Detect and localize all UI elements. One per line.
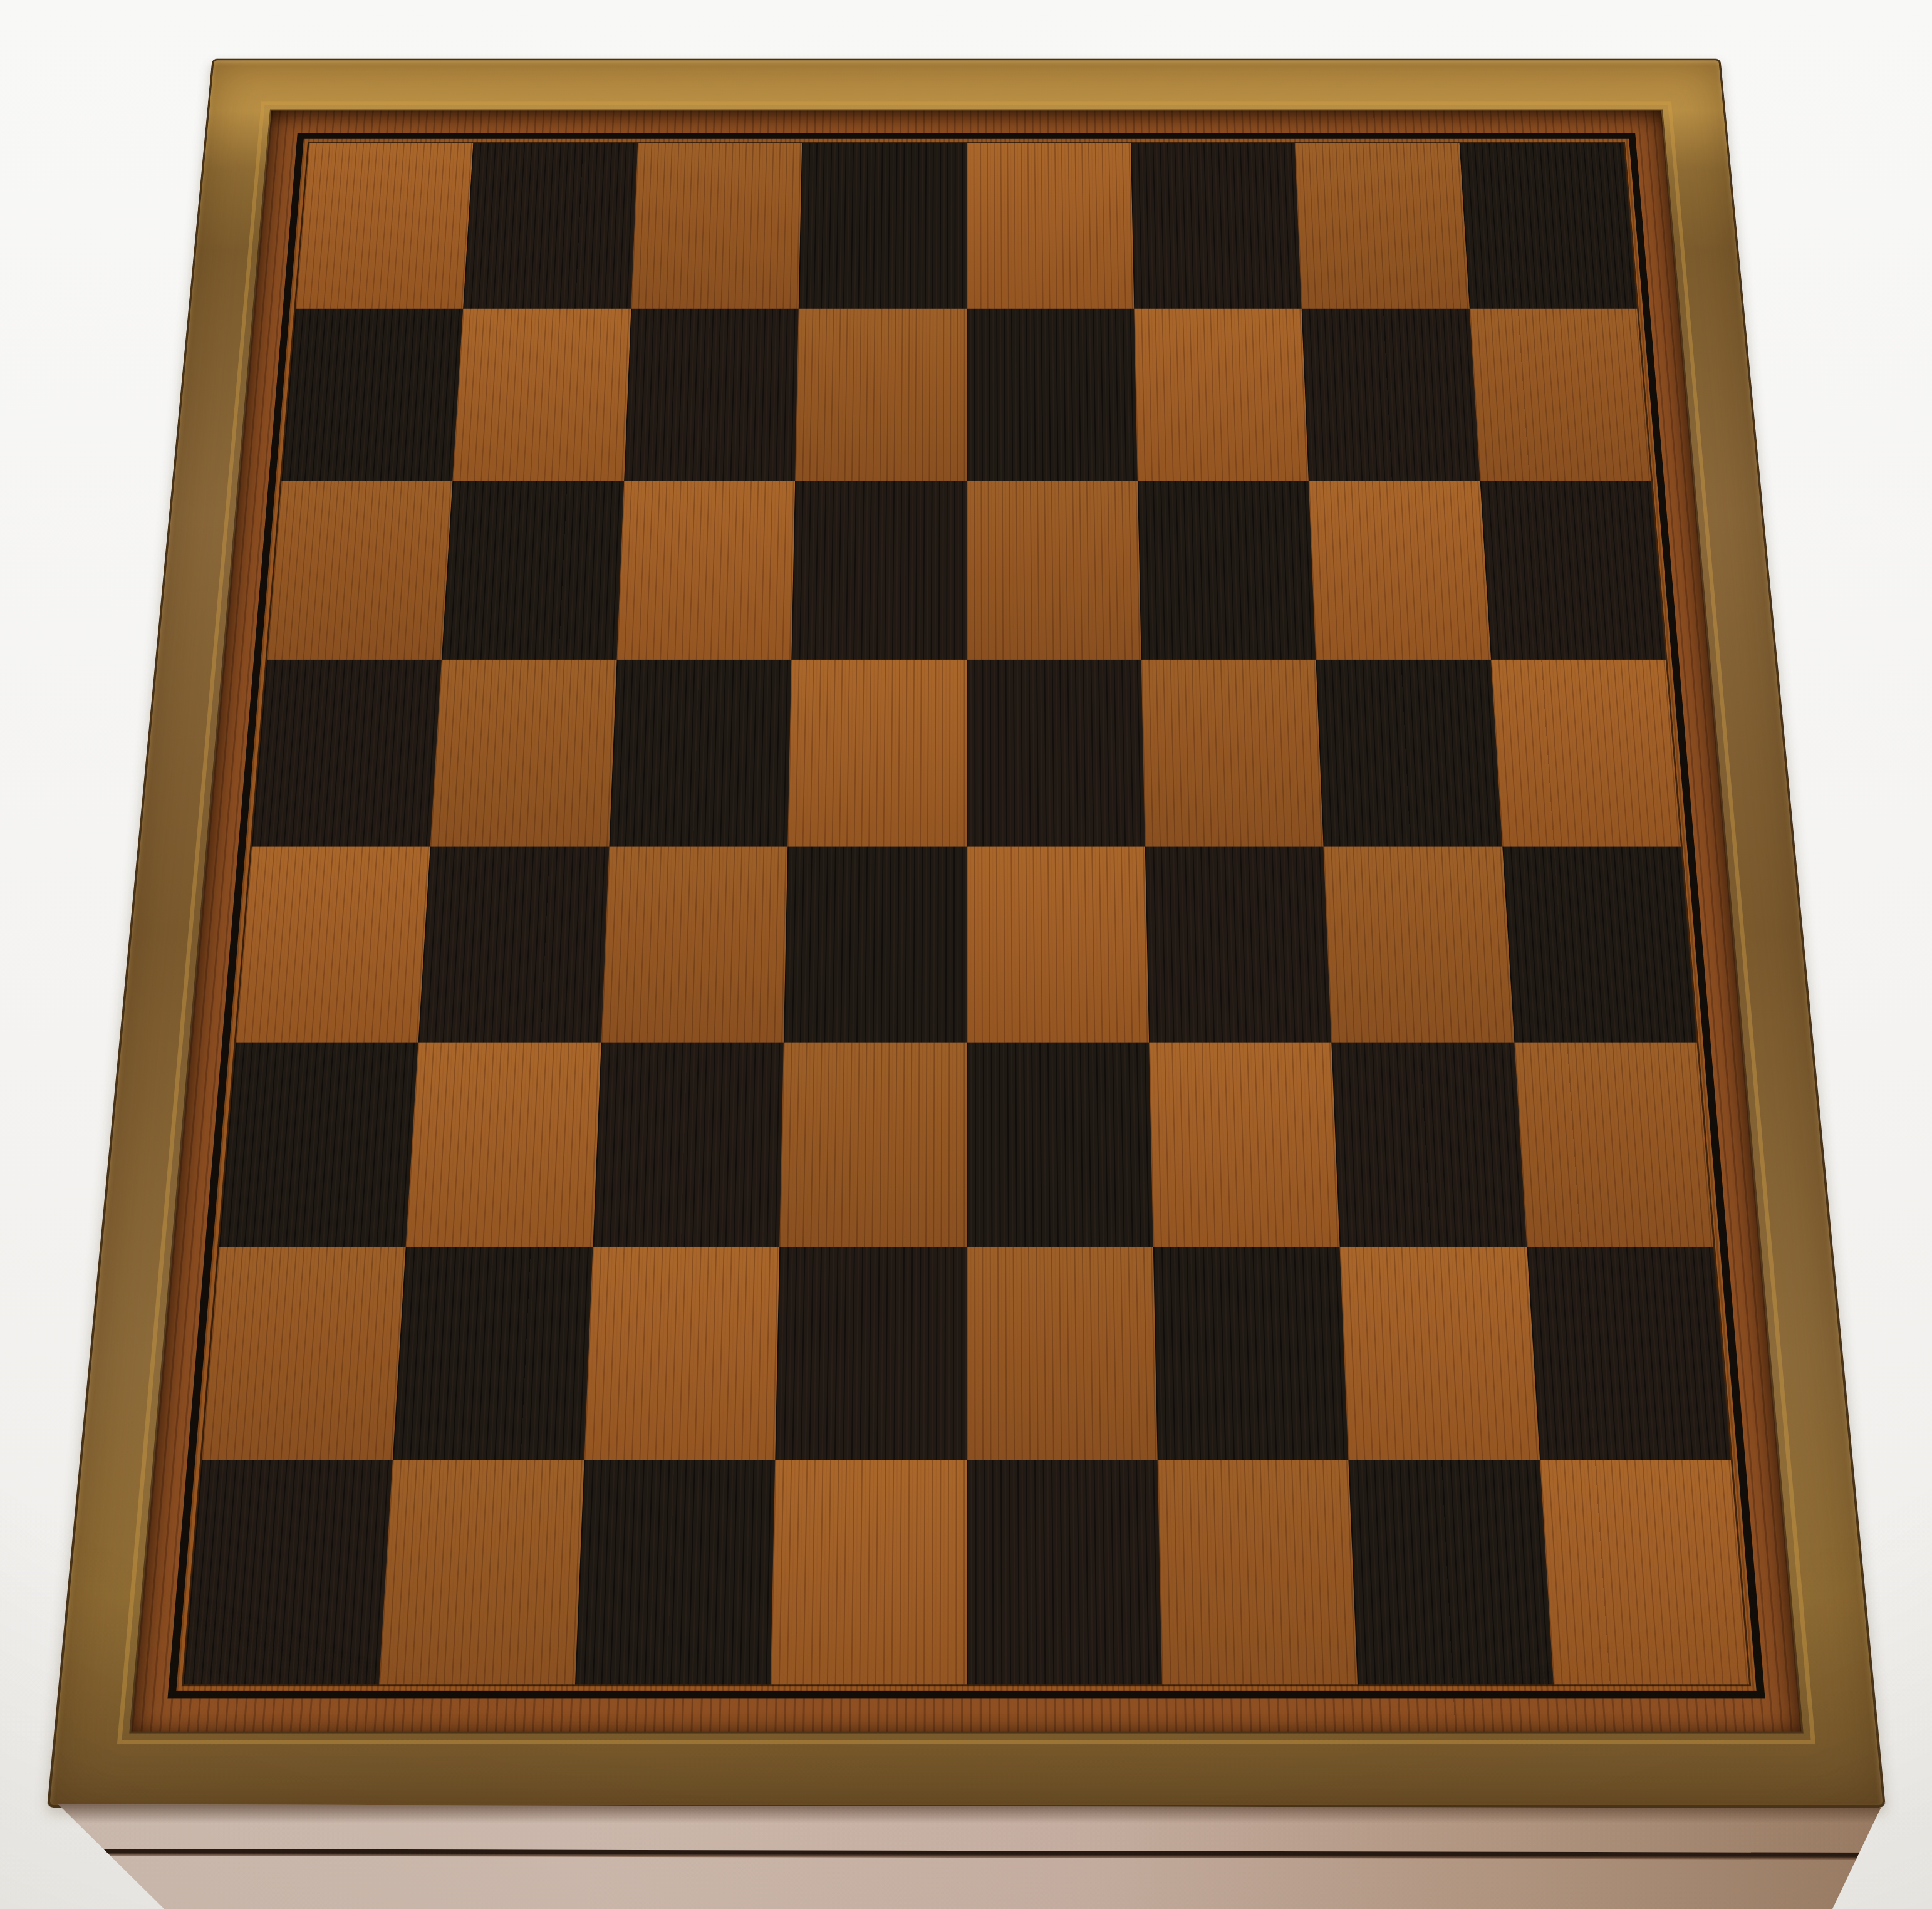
square-b3 bbox=[406, 1042, 601, 1246]
square-b6 bbox=[442, 481, 624, 660]
square-d4 bbox=[784, 847, 967, 1043]
square-f8 bbox=[1131, 143, 1302, 308]
square-a4 bbox=[236, 847, 430, 1043]
square-e4 bbox=[967, 847, 1150, 1043]
square-c6 bbox=[616, 481, 795, 660]
square-a3 bbox=[219, 1042, 418, 1246]
square-a8 bbox=[296, 143, 474, 308]
square-g2 bbox=[1340, 1246, 1540, 1460]
square-e2 bbox=[967, 1246, 1158, 1460]
square-c7 bbox=[624, 309, 799, 481]
square-h5 bbox=[1491, 660, 1681, 847]
square-f1 bbox=[1158, 1460, 1358, 1685]
square-b2 bbox=[393, 1246, 593, 1460]
square-c8 bbox=[631, 143, 802, 308]
square-d6 bbox=[791, 481, 966, 660]
square-c1 bbox=[575, 1460, 776, 1685]
square-b4 bbox=[418, 847, 609, 1043]
square-a1 bbox=[184, 1460, 393, 1685]
square-c3 bbox=[593, 1042, 784, 1246]
square-a7 bbox=[282, 309, 464, 481]
box-front-side bbox=[0, 1804, 1932, 1909]
square-h8 bbox=[1459, 143, 1637, 308]
square-e3 bbox=[967, 1042, 1153, 1246]
board-margin-panel bbox=[131, 110, 1801, 1731]
square-b7 bbox=[453, 309, 631, 481]
square-a2 bbox=[202, 1246, 406, 1460]
square-c4 bbox=[601, 847, 787, 1043]
square-h3 bbox=[1514, 1042, 1713, 1246]
chessboard-box-lid bbox=[47, 59, 1886, 1808]
square-d8 bbox=[799, 143, 967, 308]
square-e5 bbox=[967, 660, 1145, 847]
square-f6 bbox=[1138, 481, 1316, 660]
square-f7 bbox=[1134, 309, 1309, 481]
square-f5 bbox=[1141, 660, 1324, 847]
square-f4 bbox=[1145, 847, 1332, 1043]
square-h1 bbox=[1540, 1460, 1749, 1685]
square-e7 bbox=[967, 309, 1138, 481]
square-e6 bbox=[967, 481, 1141, 660]
chessboard bbox=[184, 143, 1749, 1684]
lid-seam bbox=[0, 1849, 1932, 1860]
square-e8 bbox=[967, 143, 1135, 308]
square-c2 bbox=[584, 1246, 779, 1460]
photo-stage bbox=[0, 0, 1932, 1909]
square-g4 bbox=[1324, 847, 1514, 1043]
square-g3 bbox=[1332, 1042, 1527, 1246]
square-g6 bbox=[1309, 481, 1491, 660]
pinstripe-border bbox=[167, 133, 1765, 1699]
square-b5 bbox=[430, 660, 616, 847]
square-h6 bbox=[1480, 481, 1666, 660]
square-d7 bbox=[795, 309, 966, 481]
square-d1 bbox=[771, 1460, 966, 1685]
square-h2 bbox=[1527, 1246, 1731, 1460]
square-b1 bbox=[379, 1460, 584, 1685]
square-b8 bbox=[464, 143, 638, 308]
square-f3 bbox=[1149, 1042, 1340, 1246]
square-e1 bbox=[967, 1460, 1162, 1685]
square-g8 bbox=[1295, 143, 1469, 308]
board-frame bbox=[47, 59, 1886, 1808]
square-h4 bbox=[1502, 847, 1697, 1043]
square-g1 bbox=[1349, 1460, 1554, 1685]
square-a6 bbox=[267, 481, 453, 660]
square-g5 bbox=[1316, 660, 1502, 847]
square-f2 bbox=[1153, 1246, 1349, 1460]
square-a5 bbox=[252, 660, 442, 847]
square-d2 bbox=[775, 1246, 966, 1460]
square-c5 bbox=[609, 660, 791, 847]
square-h7 bbox=[1469, 309, 1651, 481]
square-d3 bbox=[779, 1042, 966, 1246]
square-g7 bbox=[1302, 309, 1480, 481]
square-d5 bbox=[787, 660, 966, 847]
